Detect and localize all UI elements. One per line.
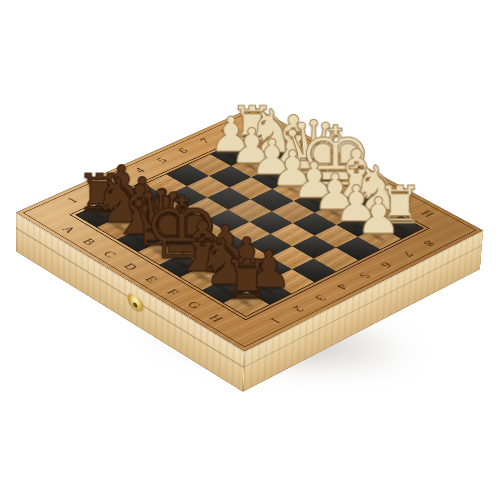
- pawn-glyph: ♟: [318, 191, 439, 241]
- rook-glyph: ♜: [184, 253, 309, 307]
- scene: ABCDEFGH ABCDEFGH 87654321 87654321 ♜♞♝♛…: [0, 0, 500, 500]
- product-photo: ABCDEFGH ABCDEFGH 87654321 87654321 ♜♞♝♛…: [0, 0, 500, 500]
- brass-clasp-icon: [128, 291, 143, 313]
- chess-board: ABCDEFGH ABCDEFGH 87654321 87654321 ♜♞♝♛…: [16, 107, 484, 352]
